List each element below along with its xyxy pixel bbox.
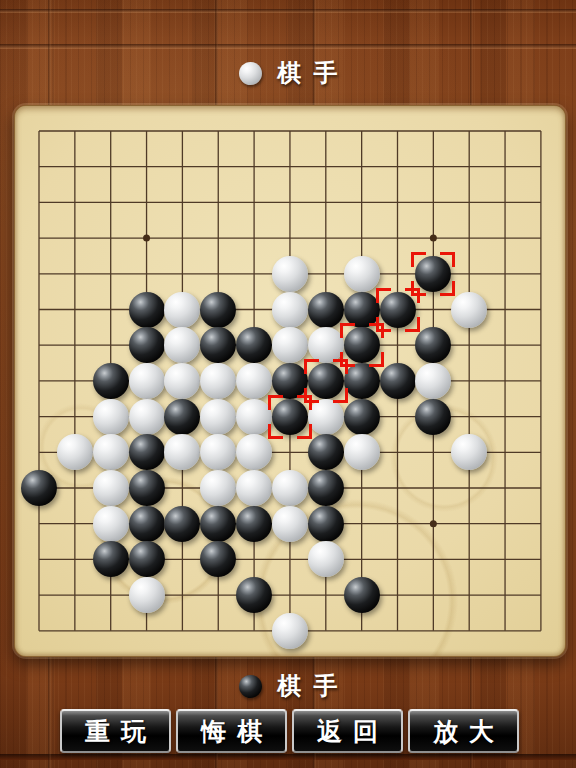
white-stone [129, 399, 165, 435]
black-stone [415, 399, 451, 435]
black-stone [129, 506, 165, 542]
button-bar: 重玩 悔棋 返回 放大 [60, 709, 519, 753]
black-stone [129, 541, 165, 577]
white-stone [57, 434, 93, 470]
zoom-button[interactable]: 放大 [408, 709, 519, 753]
winning-stone-marker [268, 395, 312, 439]
black-stone [129, 327, 165, 363]
wood-groove [0, 44, 576, 49]
white-stone [200, 470, 236, 506]
black-stone [164, 399, 200, 435]
black-stone [344, 399, 380, 435]
star-point [430, 520, 437, 527]
white-stone [93, 399, 129, 435]
white-stone-icon [239, 62, 262, 85]
white-stone [344, 434, 380, 470]
white-stone [308, 541, 344, 577]
white-stone [164, 292, 200, 328]
white-stone [129, 363, 165, 399]
black-stone [308, 506, 344, 542]
black-stone [236, 506, 272, 542]
white-stone [272, 506, 308, 542]
undo-button[interactable]: 悔棋 [176, 709, 287, 753]
game-board[interactable] [14, 105, 566, 657]
black-stone [236, 577, 272, 613]
wood-groove [0, 754, 576, 760]
white-stone [236, 363, 272, 399]
black-stone [272, 363, 308, 399]
white-stone [272, 256, 308, 292]
top-player-label: 棋手 [278, 57, 350, 89]
black-stone [308, 470, 344, 506]
white-stone [272, 470, 308, 506]
black-stone [93, 363, 129, 399]
black-stone [93, 541, 129, 577]
bottom-player-indicator: 棋手 [0, 671, 576, 701]
white-stone [272, 292, 308, 328]
white-stone [272, 613, 308, 649]
black-stone [344, 577, 380, 613]
app-screen: 棋手 棋手 重玩 悔棋 返回 放大 [0, 0, 576, 768]
replay-button[interactable]: 重玩 [60, 709, 171, 753]
white-stone [200, 399, 236, 435]
back-button[interactable]: 返回 [292, 709, 403, 753]
wood-groove [0, 9, 576, 13]
white-stone [93, 470, 129, 506]
bottom-player-label: 棋手 [278, 670, 350, 702]
white-stone [415, 363, 451, 399]
white-stone [93, 506, 129, 542]
black-stone [21, 470, 57, 506]
white-stone [451, 292, 487, 328]
black-stone [129, 292, 165, 328]
black-stone [200, 506, 236, 542]
black-stone [344, 292, 380, 328]
black-stone [308, 292, 344, 328]
white-stone [200, 363, 236, 399]
white-stone [308, 327, 344, 363]
black-stone [380, 363, 416, 399]
black-stone-icon [239, 675, 262, 698]
white-stone [236, 470, 272, 506]
black-stone [164, 506, 200, 542]
white-stone [272, 327, 308, 363]
black-stone [344, 363, 380, 399]
white-stone [93, 434, 129, 470]
black-stone [129, 434, 165, 470]
star-point [430, 235, 437, 242]
white-stone [129, 577, 165, 613]
black-stone [129, 470, 165, 506]
star-point [143, 235, 150, 242]
black-stone [308, 434, 344, 470]
top-player-indicator: 棋手 [0, 58, 576, 88]
white-stone [344, 256, 380, 292]
white-stone [308, 399, 344, 435]
black-stone [200, 292, 236, 328]
white-stone [236, 399, 272, 435]
